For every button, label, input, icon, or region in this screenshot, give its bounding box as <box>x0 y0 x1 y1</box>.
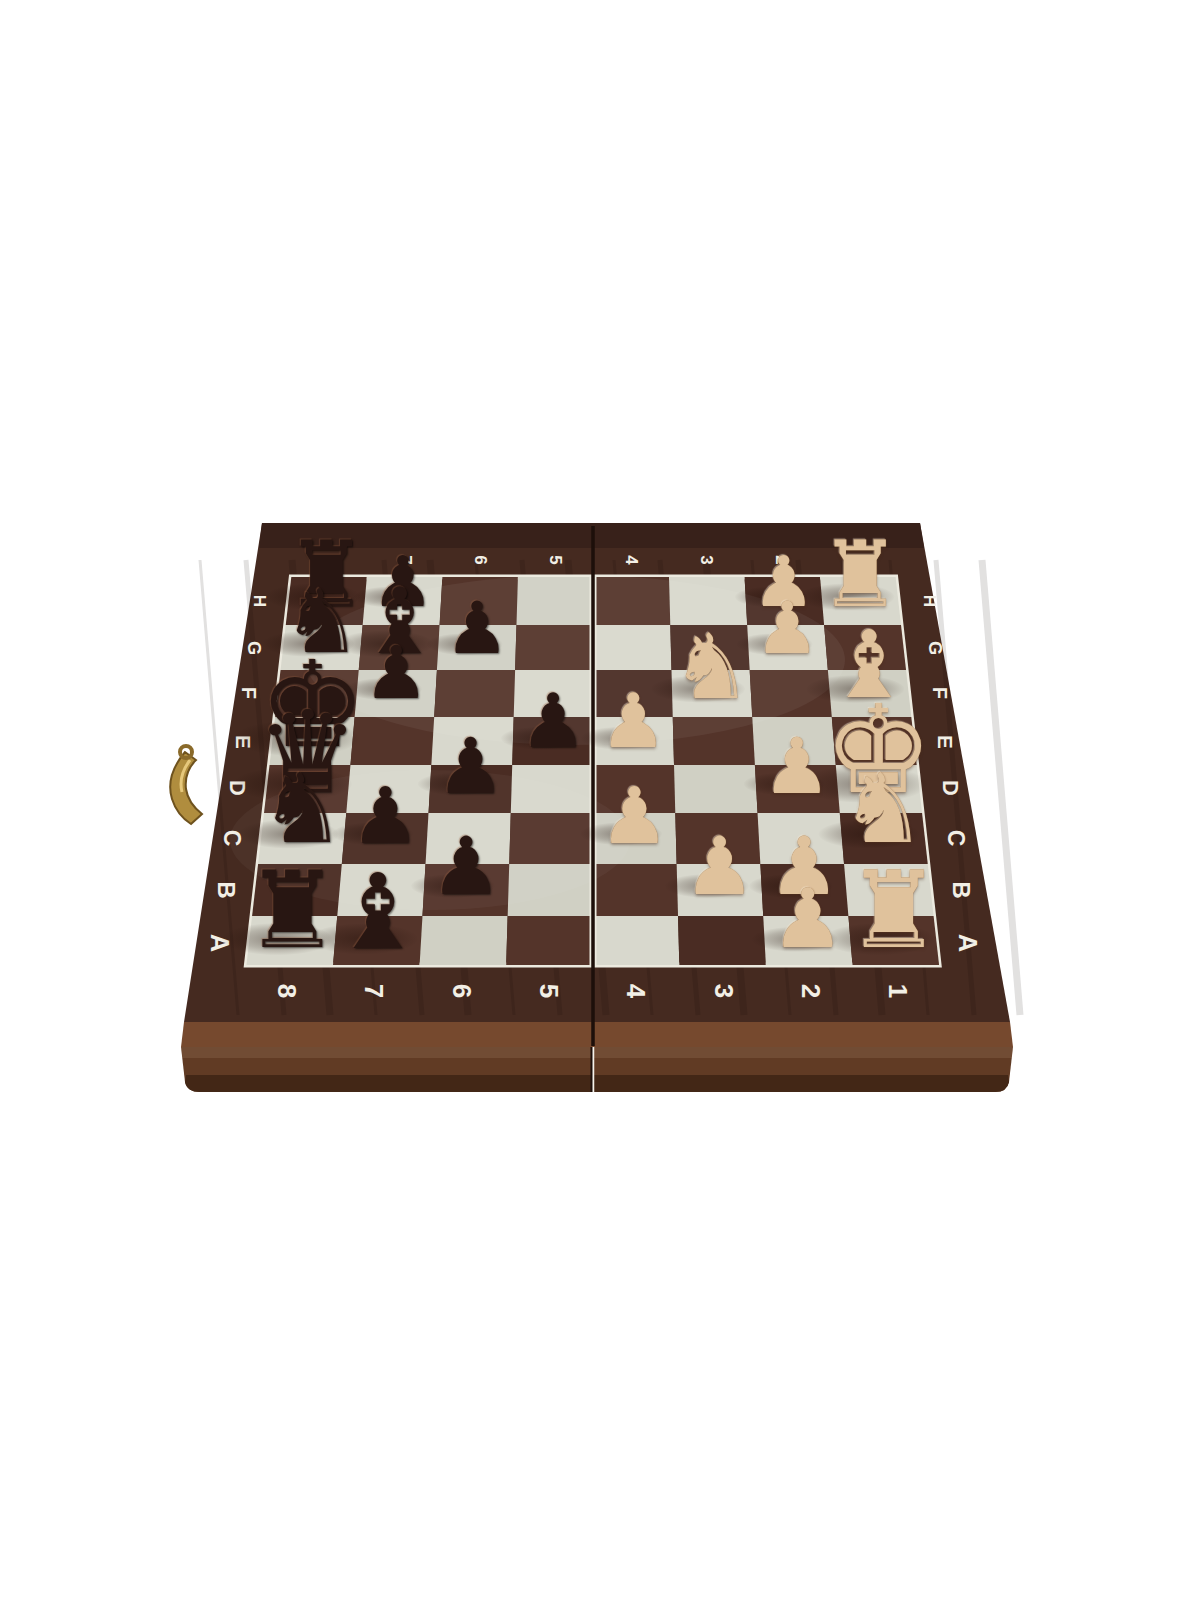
piece-black-pawn-f7[interactable]: ♟ <box>363 636 428 709</box>
piece-white-pawn-a2[interactable]: ♟ <box>771 878 845 960</box>
clasp-icon <box>170 746 202 824</box>
coordinate-label-right: B <box>948 881 975 898</box>
coordinate-label-near: 2 <box>796 984 826 998</box>
square-a6[interactable] <box>420 916 508 965</box>
piece-white-rook-h1[interactable]: ♜ <box>819 529 901 620</box>
coordinate-label-right: H <box>920 595 939 607</box>
piece-black-pawn-g6[interactable]: ♟ <box>445 592 510 664</box>
coordinate-label-left: D <box>225 780 250 796</box>
piece-white-rook-a1[interactable]: ♜ <box>846 858 941 964</box>
square-a4[interactable] <box>593 916 680 965</box>
coordinate-label-near: 4 <box>621 984 651 999</box>
piece-black-pawn-c7[interactable]: ♟ <box>351 777 421 855</box>
coordinate-label-right: E <box>934 735 957 749</box>
coordinate-label-near: 3 <box>709 984 739 998</box>
coordinate-label-far: 3 <box>697 555 716 564</box>
piece-black-pawn-d6[interactable]: ♟ <box>436 728 505 805</box>
piece-white-knight-c1[interactable]: ♞ <box>840 761 926 857</box>
coordinate-label-left: B <box>213 881 240 898</box>
coordinate-label-right: A <box>954 934 982 952</box>
piece-black-pawn-b6[interactable]: ♟ <box>430 827 502 907</box>
coordinate-label-left: C <box>219 830 245 847</box>
coordinate-label-far: 6 <box>471 555 490 564</box>
box-bevel-edge <box>181 1022 1013 1047</box>
piece-white-pawn-e4[interactable]: ♟ <box>600 684 667 759</box>
coordinate-label-left: E <box>232 735 255 749</box>
coordinate-label-far: 5 <box>546 555 565 564</box>
coordinate-label-left: A <box>206 934 234 952</box>
coordinate-label-near: 5 <box>534 984 564 998</box>
coordinate-label-right: D <box>938 780 963 796</box>
coordinate-label-left: H <box>250 595 269 607</box>
coordinate-label-near: 6 <box>447 984 477 998</box>
coordinate-label-right: G <box>925 641 945 655</box>
coordinate-label-far: 4 <box>622 555 641 565</box>
piece-black-bishop-a7[interactable]: ♝ <box>331 860 424 964</box>
piece-white-pawn-b3[interactable]: ♟ <box>684 827 756 907</box>
coordinate-label-near: 7 <box>359 984 389 998</box>
piece-black-pawn-e5[interactable]: ♟ <box>519 684 586 759</box>
square-d3[interactable] <box>674 765 758 813</box>
product-photo-stage: 8765432187654321HGFEDCBAHGFEDCBA ♜♟♟♜♞♝♟… <box>0 0 1200 1600</box>
coordinate-label-right: C <box>943 830 969 847</box>
piece-white-pawn-g2[interactable]: ♟ <box>755 592 820 664</box>
piece-white-knight-f3[interactable]: ♞ <box>671 622 752 712</box>
square-a3[interactable] <box>678 916 766 965</box>
coordinate-label-near: 8 <box>272 984 302 998</box>
piece-white-pawn-c4[interactable]: ♟ <box>599 777 669 855</box>
square-a5[interactable] <box>506 916 593 965</box>
piece-black-knight-c8[interactable]: ♞ <box>260 761 346 857</box>
coordinate-label-near: 1 <box>883 984 913 998</box>
piece-white-pawn-d2[interactable]: ♟ <box>762 728 831 805</box>
piece-black-rook-a8[interactable]: ♜ <box>244 858 339 964</box>
